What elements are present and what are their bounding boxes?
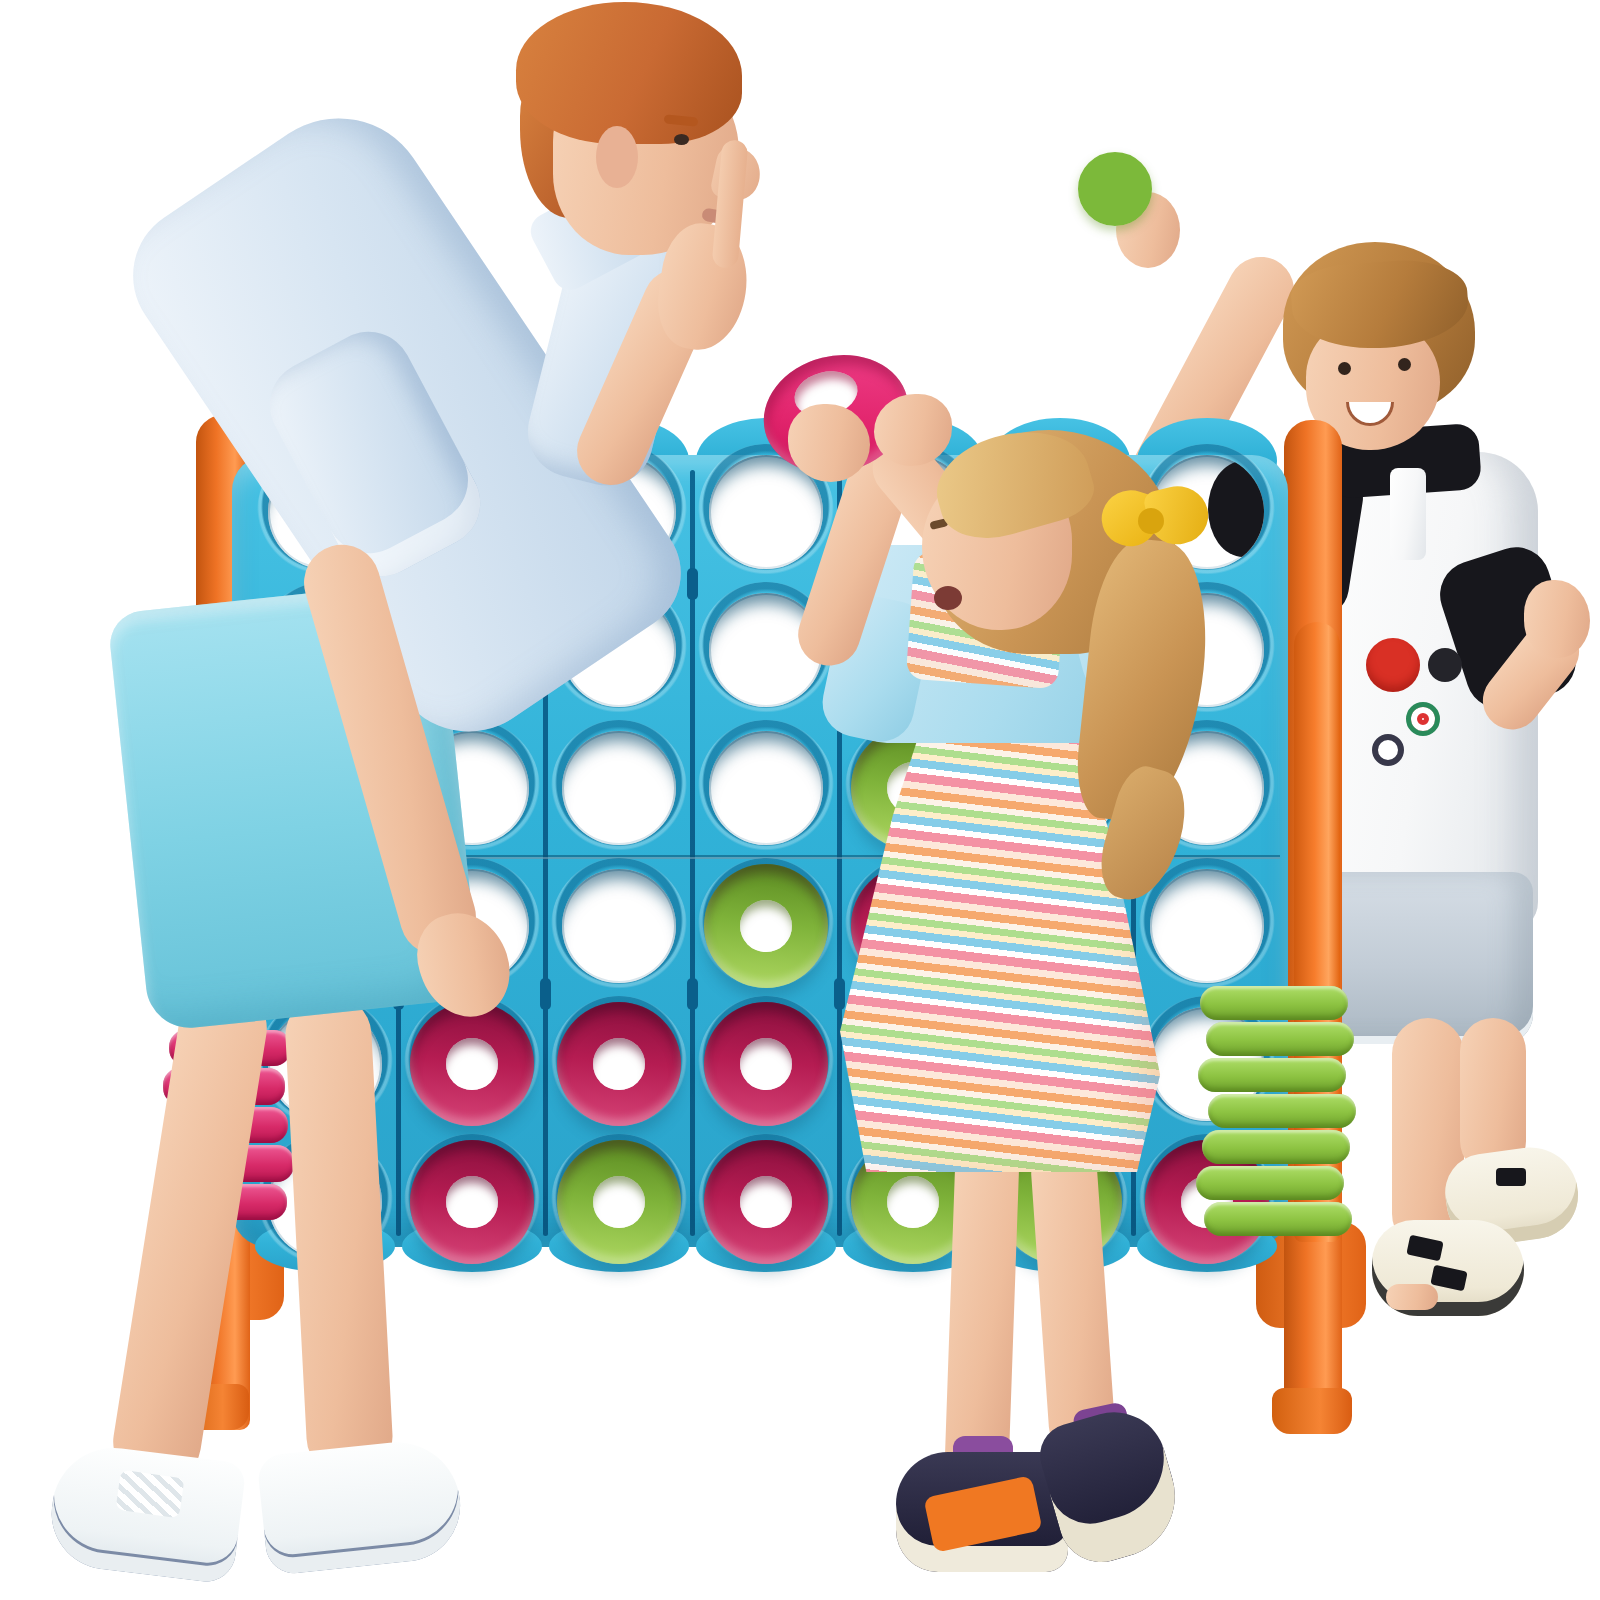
girl-hand-right-on-disc: [874, 394, 952, 466]
scene: [0, 0, 1600, 1600]
girl-leg-left: [944, 1139, 1020, 1485]
girl-bow-knot: [1138, 508, 1164, 534]
girl-hand-left-on-disc: [788, 404, 870, 482]
girl-mouth: [934, 586, 962, 610]
girl-figure: [0, 0, 1600, 1600]
